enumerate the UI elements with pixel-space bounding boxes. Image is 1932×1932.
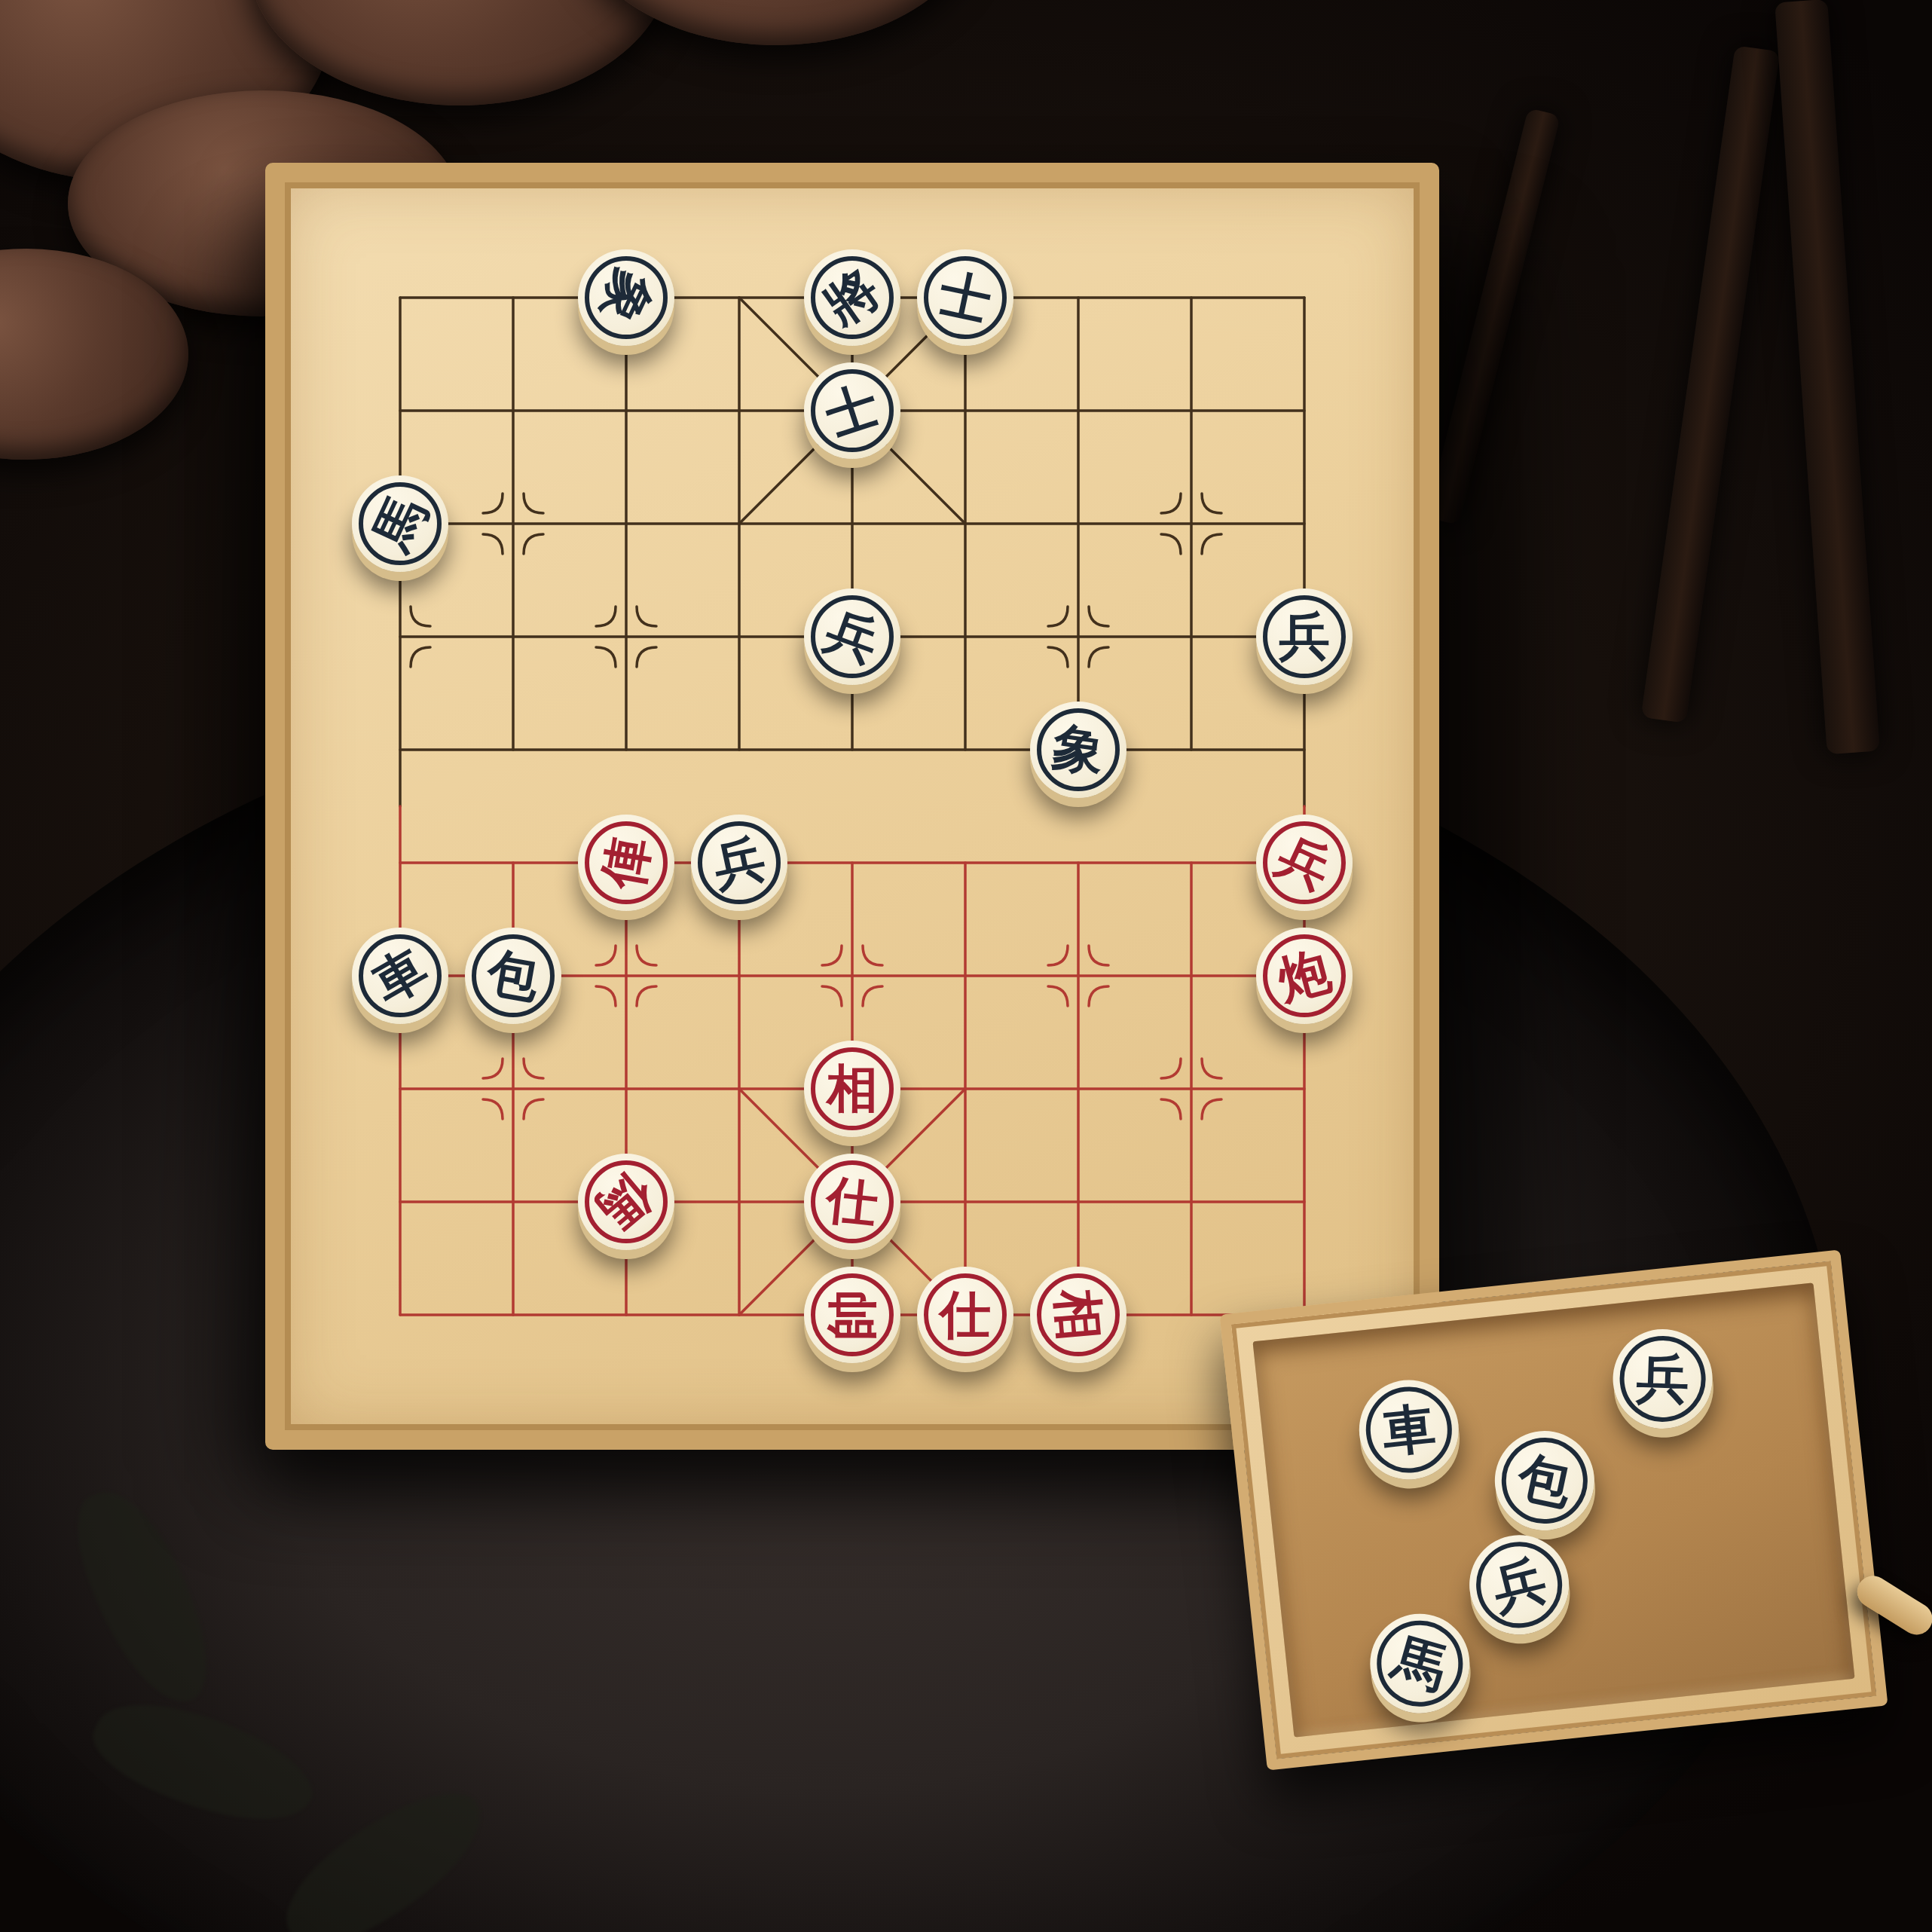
board-point-d3[interactable]: [683, 580, 796, 693]
board-point-d1[interactable]: [683, 354, 796, 467]
board-point-c3[interactable]: [570, 580, 683, 693]
board-point-g5[interactable]: [1022, 806, 1135, 919]
board-point-b3[interactable]: [457, 580, 570, 693]
board-point-h0[interactable]: [1135, 241, 1248, 354]
board-point-h1[interactable]: [1135, 354, 1248, 467]
board-point-f1[interactable]: [909, 354, 1022, 467]
board-point-b8[interactable]: [457, 1145, 570, 1258]
piece-red-cannon[interactable]: 炮: [1256, 928, 1353, 1024]
piece-black-advisor[interactable]: 士: [804, 362, 900, 459]
board-point-c9[interactable]: [570, 1258, 683, 1371]
piece-black-soldier[interactable]: 兵: [691, 815, 787, 911]
piece-red-soldier[interactable]: 兵: [1256, 815, 1353, 911]
piece-black-soldier[interactable]: 兵: [1608, 1324, 1717, 1433]
piece-red-horse[interactable]: 傌: [578, 1154, 674, 1250]
board-point-c1[interactable]: [570, 354, 683, 467]
board-grid: 象將士士馬兵兵象俥兵兵車包炮相傌仕帥仕相: [344, 241, 1361, 1371]
piece-glyph: 包: [1513, 1450, 1576, 1512]
board-point-f5[interactable]: [909, 806, 1022, 919]
board-point-f4[interactable]: [909, 693, 1022, 806]
drawer-cavity: 車兵包兵馬: [1252, 1282, 1854, 1737]
piece-black-horse[interactable]: 馬: [352, 475, 448, 572]
board-point-c6[interactable]: [570, 919, 683, 1032]
board-point-h2[interactable]: [1135, 467, 1248, 580]
board-point-a5[interactable]: [344, 806, 457, 919]
board-point-h7[interactable]: [1135, 1032, 1248, 1145]
board-point-e2[interactable]: [796, 467, 909, 580]
piece-red-advisor[interactable]: 仕: [804, 1154, 900, 1250]
board-point-a7[interactable]: [344, 1032, 457, 1145]
board-point-h5[interactable]: [1135, 806, 1248, 919]
board-point-f7[interactable]: [909, 1032, 1022, 1145]
board-point-g3[interactable]: [1022, 580, 1135, 693]
board-point-g0[interactable]: [1022, 241, 1135, 354]
board-point-h6[interactable]: [1135, 919, 1248, 1032]
board-point-b1[interactable]: [457, 354, 570, 467]
piece-glyph: 俥: [597, 833, 656, 893]
piece-glyph: 仕: [824, 1174, 881, 1230]
board-point-d0[interactable]: [683, 241, 796, 354]
board-point-a8[interactable]: [344, 1145, 457, 1258]
board-point-e4[interactable]: [796, 693, 909, 806]
piece-red-general[interactable]: 帥: [804, 1267, 900, 1363]
xiangqi-board: 象將士士馬兵兵象俥兵兵車包炮相傌仕帥仕相: [265, 163, 1439, 1450]
piece-black-soldier[interactable]: 兵: [804, 588, 900, 685]
board-point-g8[interactable]: [1022, 1145, 1135, 1258]
board-point-c7[interactable]: [570, 1032, 683, 1145]
piece-black-soldier[interactable]: 兵: [1256, 588, 1353, 685]
piece-glyph: 兵: [709, 833, 770, 894]
board-point-f2[interactable]: [909, 467, 1022, 580]
board-point-e6[interactable]: [796, 919, 909, 1032]
piece-glyph: 兵: [1279, 611, 1330, 662]
board-point-b2[interactable]: [457, 467, 570, 580]
board-point-i4[interactable]: [1248, 693, 1361, 806]
piece-glyph: 車: [1380, 1401, 1438, 1459]
board-point-g7[interactable]: [1022, 1032, 1135, 1145]
piece-red-elephant[interactable]: 相: [804, 1041, 900, 1137]
piece-black-chariot[interactable]: 車: [1354, 1375, 1463, 1484]
pot-lid: [249, 0, 671, 105]
board-point-f3[interactable]: [909, 580, 1022, 693]
board-point-b5[interactable]: [457, 806, 570, 919]
board-point-i2[interactable]: [1248, 467, 1361, 580]
board-point-c2[interactable]: [570, 467, 683, 580]
piece-glyph: 象: [1050, 721, 1108, 779]
piece-black-horse[interactable]: 馬: [1365, 1609, 1475, 1718]
piece-black-cannon[interactable]: 包: [465, 928, 561, 1024]
board-point-c4[interactable]: [570, 693, 683, 806]
board-point-g1[interactable]: [1022, 354, 1135, 467]
board-point-i8[interactable]: [1248, 1145, 1361, 1258]
captured-piece-drawer[interactable]: 車兵包兵馬: [1219, 1249, 1888, 1770]
piece-red-chariot[interactable]: 俥: [578, 815, 674, 911]
board-point-d6[interactable]: [683, 919, 796, 1032]
board-point-d9[interactable]: [683, 1258, 796, 1371]
board-point-b0[interactable]: [457, 241, 570, 354]
board-point-a1[interactable]: [344, 354, 457, 467]
board-point-d7[interactable]: [683, 1032, 796, 1145]
piece-black-general[interactable]: 將: [804, 249, 900, 346]
board-point-b9[interactable]: [457, 1258, 570, 1371]
piece-black-advisor[interactable]: 士: [917, 249, 1013, 346]
board-point-e5[interactable]: [796, 806, 909, 919]
board-point-f8[interactable]: [909, 1145, 1022, 1258]
board-point-g6[interactable]: [1022, 919, 1135, 1032]
piece-black-chariot[interactable]: 車: [352, 928, 448, 1024]
photo-scene: 象將士士馬兵兵象俥兵兵車包炮相傌仕帥仕相 車兵包兵馬: [0, 0, 1932, 1932]
board-point-a3[interactable]: [344, 580, 457, 693]
board-point-h8[interactable]: [1135, 1145, 1248, 1258]
iron-chair-bar: [1775, 0, 1880, 754]
board-point-h3[interactable]: [1135, 580, 1248, 693]
board-point-d2[interactable]: [683, 467, 796, 580]
piece-glyph: 兵: [1635, 1352, 1689, 1406]
board-point-a4[interactable]: [344, 693, 457, 806]
piece-glyph: 相: [1050, 1287, 1106, 1343]
piece-glyph: 帥: [827, 1289, 878, 1340]
piece-red-elephant[interactable]: 相: [1030, 1267, 1126, 1363]
board-point-a0[interactable]: [344, 241, 457, 354]
board-point-d8[interactable]: [683, 1145, 796, 1258]
board-point-b7[interactable]: [457, 1032, 570, 1145]
piece-black-cannon[interactable]: 包: [1490, 1426, 1599, 1536]
board-point-i1[interactable]: [1248, 354, 1361, 467]
board-point-a9[interactable]: [344, 1258, 457, 1371]
piece-black-soldier[interactable]: 兵: [1465, 1530, 1574, 1640]
piece-glyph: 仕: [940, 1289, 991, 1340]
piece-black-elephant[interactable]: 象: [578, 249, 674, 346]
piece-black-elephant[interactable]: 象: [1030, 702, 1126, 798]
piece-glyph: 相: [827, 1063, 878, 1114]
board-point-g2[interactable]: [1022, 467, 1135, 580]
board-point-f6[interactable]: [909, 919, 1022, 1032]
iron-chair-bar: [1641, 45, 1781, 723]
board-point-i0[interactable]: [1248, 241, 1361, 354]
board-point-d4[interactable]: [683, 693, 796, 806]
piece-glyph: 士: [935, 267, 996, 329]
piece-glyph: 包: [484, 946, 543, 1006]
board-point-h4[interactable]: [1135, 693, 1248, 806]
piece-red-advisor[interactable]: 仕: [917, 1267, 1013, 1363]
drawer-knob[interactable]: [1851, 1570, 1932, 1640]
board-point-b4[interactable]: [457, 693, 570, 806]
board-point-i7[interactable]: [1248, 1032, 1361, 1145]
